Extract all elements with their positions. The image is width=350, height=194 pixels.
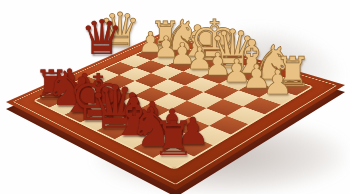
black-rook-a8[interactable]: ♜	[152, 116, 194, 163]
white-pawn-a2[interactable]: ♟	[262, 67, 292, 101]
extra-black-queen[interactable]: ♛	[80, 14, 123, 62]
chess-set-photo: ♜♞♝♛♚♝♞♜♟♟♟♟♟♟♟♟♟♟♟♟♟♟♟♟♜♞♝♛♚♝♞♜♛♛ Produ…	[0, 0, 350, 194]
